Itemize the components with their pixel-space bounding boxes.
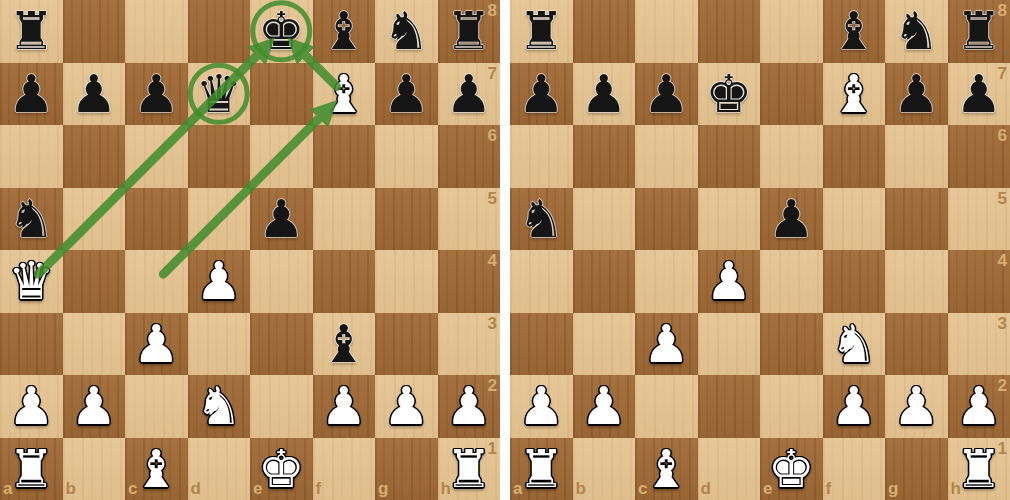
square-d6[interactable] [188,125,251,188]
square-b4[interactable] [573,250,636,313]
square-c1[interactable]: ♝c [125,438,188,500]
square-b1[interactable]: b [63,438,126,500]
rank-label-6: 6 [488,126,497,146]
square-c8[interactable] [635,0,698,63]
square-d3[interactable] [188,313,251,376]
square-e6[interactable] [250,125,313,188]
square-g1[interactable]: g [885,438,948,500]
piece-white-pawn[interactable]: ♟ [635,313,698,376]
square-e3[interactable] [760,313,823,376]
piece-black-pawn[interactable]: ♟ [760,188,823,251]
square-f3[interactable]: ♝ [313,313,376,376]
rank-label-2: 2 [488,376,497,396]
square-a6[interactable] [0,125,63,188]
square-d7[interactable]: ♛ [188,63,251,126]
square-d8[interactable] [188,0,251,63]
piece-white-pawn[interactable]: ♟ [0,375,63,438]
piece-black-knight[interactable]: ♞ [885,0,948,63]
square-e1[interactable]: ♚e [760,438,823,500]
square-h4[interactable]: 4 [948,250,1010,313]
square-h2[interactable]: ♟2 [438,375,501,438]
square-d3[interactable] [698,313,761,376]
piece-black-king[interactable]: ♚ [250,0,313,63]
rank-label-3: 3 [488,314,497,334]
piece-black-knight[interactable]: ♞ [510,188,573,251]
rank-label-1: 1 [488,439,497,459]
square-e2[interactable] [250,375,313,438]
file-label-b: b [66,479,76,499]
square-a5[interactable]: ♞ [0,188,63,251]
square-f6[interactable] [823,125,886,188]
square-b6[interactable] [573,125,636,188]
square-f2[interactable]: ♟ [313,375,376,438]
square-c6[interactable] [635,125,698,188]
piece-white-knight[interactable]: ♞ [823,313,886,376]
rank-label-6: 6 [998,126,1007,146]
piece-white-pawn[interactable]: ♟ [823,375,886,438]
square-b4[interactable] [63,250,126,313]
square-h1[interactable]: ♜h1 [438,438,501,500]
square-g2[interactable]: ♟ [375,375,438,438]
square-e2[interactable] [760,375,823,438]
piece-black-pawn[interactable]: ♟ [250,188,313,251]
file-label-h: h [441,479,451,499]
rank-label-1: 1 [998,439,1007,459]
square-e6[interactable] [760,125,823,188]
square-f5[interactable] [823,188,886,251]
square-a2[interactable]: ♟ [0,375,63,438]
chess-board-left[interactable]: ♜♚♝♞♜8♟♟♟♛♝♟♟76♞♟5♛♟4♟♝3♟♟♞♟♟♟2♜ab♝cd♚ef… [0,0,500,500]
square-f4[interactable] [313,250,376,313]
file-label-d: d [191,479,201,499]
piece-black-bishop[interactable]: ♝ [823,0,886,63]
piece-black-pawn[interactable]: ♟ [573,63,636,126]
square-b3[interactable] [573,313,636,376]
piece-black-knight[interactable]: ♞ [375,0,438,63]
square-f5[interactable] [313,188,376,251]
square-h6[interactable]: 6 [948,125,1010,188]
square-c4[interactable] [635,250,698,313]
file-label-e: e [763,479,772,499]
square-g5[interactable] [375,188,438,251]
square-c2[interactable] [125,375,188,438]
square-h8[interactable]: ♜8 [438,0,501,63]
file-label-a: a [513,479,522,499]
square-e4[interactable] [250,250,313,313]
piece-white-pawn[interactable]: ♟ [375,375,438,438]
square-g6[interactable] [375,125,438,188]
square-g6[interactable] [885,125,948,188]
square-e8[interactable] [760,0,823,63]
square-d5[interactable] [188,188,251,251]
square-b1[interactable]: b [573,438,636,500]
piece-black-bishop[interactable]: ♝ [313,0,376,63]
square-e8[interactable]: ♚ [250,0,313,63]
square-a4[interactable]: ♛ [0,250,63,313]
square-f1[interactable]: f [823,438,886,500]
square-e1[interactable]: ♚e [250,438,313,500]
square-c2[interactable] [635,375,698,438]
square-b3[interactable] [63,313,126,376]
square-b2[interactable]: ♟ [573,375,636,438]
square-e4[interactable] [760,250,823,313]
piece-white-pawn[interactable]: ♟ [573,375,636,438]
square-a6[interactable] [510,125,573,188]
piece-white-pawn[interactable]: ♟ [188,250,251,313]
square-b6[interactable] [63,125,126,188]
rank-label-2: 2 [998,376,1007,396]
square-g8[interactable]: ♞ [375,0,438,63]
rank-label-8: 8 [488,1,497,21]
file-label-d: d [701,479,711,499]
square-c8[interactable] [125,0,188,63]
piece-white-knight[interactable]: ♞ [188,375,251,438]
piece-white-bishop[interactable]: ♝ [823,63,886,126]
square-g2[interactable]: ♟ [885,375,948,438]
piece-black-bishop[interactable]: ♝ [313,313,376,376]
square-f7[interactable]: ♝ [823,63,886,126]
square-f3[interactable]: ♞ [823,313,886,376]
square-d4[interactable]: ♟ [188,250,251,313]
square-d1[interactable]: d [188,438,251,500]
square-g4[interactable] [375,250,438,313]
square-b5[interactable] [63,188,126,251]
square-d5[interactable] [698,188,761,251]
square-h4[interactable]: 4 [438,250,501,313]
rank-label-4: 4 [488,251,497,271]
square-a3[interactable] [510,313,573,376]
rank-label-5: 5 [998,189,1007,209]
square-g7[interactable]: ♟ [885,63,948,126]
square-d4[interactable]: ♟ [698,250,761,313]
square-b7[interactable]: ♟ [63,63,126,126]
square-h1[interactable]: ♜h1 [948,438,1010,500]
square-f8[interactable]: ♝ [823,0,886,63]
file-label-b: b [576,479,586,499]
square-g8[interactable]: ♞ [885,0,948,63]
square-e3[interactable] [250,313,313,376]
file-label-f: f [316,479,322,499]
rank-label-7: 7 [998,64,1007,84]
square-h2[interactable]: ♟2 [948,375,1010,438]
piece-black-pawn[interactable]: ♟ [125,63,188,126]
square-a7[interactable]: ♟ [510,63,573,126]
square-c4[interactable] [125,250,188,313]
piece-black-pawn[interactable]: ♟ [375,63,438,126]
square-d2[interactable] [698,375,761,438]
square-f4[interactable] [823,250,886,313]
square-h3[interactable]: 3 [438,313,501,376]
file-label-g: g [888,479,898,499]
square-g4[interactable] [885,250,948,313]
square-h8[interactable]: ♜8 [948,0,1010,63]
rank-label-5: 5 [488,189,497,209]
piece-white-pawn[interactable]: ♟ [125,313,188,376]
file-label-e: e [253,479,262,499]
square-f6[interactable] [313,125,376,188]
square-f2[interactable]: ♟ [823,375,886,438]
square-c5[interactable] [635,188,698,251]
piece-white-bishop[interactable]: ♝ [313,63,376,126]
square-f7[interactable]: ♝ [313,63,376,126]
square-a1[interactable]: ♜a [0,438,63,500]
piece-black-pawn[interactable]: ♟ [885,63,948,126]
square-c7[interactable]: ♟ [635,63,698,126]
file-label-g: g [378,479,388,499]
file-label-a: a [3,479,12,499]
piece-black-pawn[interactable]: ♟ [510,63,573,126]
piece-white-pawn[interactable]: ♟ [885,375,948,438]
piece-black-rook[interactable]: ♜ [510,0,573,63]
square-h5[interactable]: 5 [438,188,501,251]
square-g1[interactable]: g [375,438,438,500]
square-b5[interactable] [573,188,636,251]
square-h5[interactable]: 5 [948,188,1010,251]
piece-white-pawn[interactable]: ♟ [313,375,376,438]
square-h7[interactable]: ♟7 [438,63,501,126]
square-g7[interactable]: ♟ [375,63,438,126]
square-c3[interactable]: ♟ [635,313,698,376]
file-label-c: c [128,479,137,499]
square-d8[interactable] [698,0,761,63]
square-e5[interactable]: ♟ [250,188,313,251]
square-e7[interactable] [760,63,823,126]
square-c5[interactable] [125,188,188,251]
square-a4[interactable] [510,250,573,313]
square-b8[interactable] [63,0,126,63]
piece-black-pawn[interactable]: ♟ [635,63,698,126]
square-e5[interactable]: ♟ [760,188,823,251]
rank-label-8: 8 [998,1,1007,21]
square-c6[interactable] [125,125,188,188]
square-h6[interactable]: 6 [438,125,501,188]
square-d7[interactable]: ♚ [698,63,761,126]
rank-label-7: 7 [488,64,497,84]
rank-label-3: 3 [998,314,1007,334]
square-d1[interactable]: d [698,438,761,500]
piece-black-rook[interactable]: ♜ [0,0,63,63]
piece-black-pawn[interactable]: ♟ [0,63,63,126]
square-g5[interactable] [885,188,948,251]
square-a1[interactable]: ♜a [510,438,573,500]
square-h7[interactable]: ♟7 [948,63,1010,126]
piece-black-king[interactable]: ♚ [698,63,761,126]
square-a2[interactable]: ♟ [510,375,573,438]
square-a8[interactable]: ♜ [510,0,573,63]
square-c1[interactable]: ♝c [635,438,698,500]
square-c7[interactable]: ♟ [125,63,188,126]
square-b2[interactable]: ♟ [63,375,126,438]
square-b8[interactable] [573,0,636,63]
square-e7[interactable] [250,63,313,126]
square-a5[interactable]: ♞ [510,188,573,251]
square-f8[interactable]: ♝ [313,0,376,63]
piece-white-queen[interactable]: ♛ [0,250,63,313]
square-d6[interactable] [698,125,761,188]
piece-white-pawn[interactable]: ♟ [510,375,573,438]
piece-black-queen[interactable]: ♛ [188,63,251,126]
square-b7[interactable]: ♟ [573,63,636,126]
square-c3[interactable]: ♟ [125,313,188,376]
square-f1[interactable]: f [313,438,376,500]
chess-board-right[interactable]: ♜♝♞♜8♟♟♟♚♝♟♟76♞♟5♟4♟♞3♟♟♟♟♟2♜ab♝cd♚efg♜h… [510,0,1010,500]
square-h3[interactable]: 3 [948,313,1010,376]
piece-white-pawn[interactable]: ♟ [63,375,126,438]
file-label-h: h [951,479,961,499]
piece-white-pawn[interactable]: ♟ [698,250,761,313]
square-a8[interactable]: ♜ [0,0,63,63]
square-a3[interactable] [0,313,63,376]
file-label-f: f [826,479,832,499]
rank-label-4: 4 [998,251,1007,271]
piece-black-pawn[interactable]: ♟ [63,63,126,126]
square-d2[interactable]: ♞ [188,375,251,438]
square-g3[interactable] [375,313,438,376]
piece-black-knight[interactable]: ♞ [0,188,63,251]
square-a7[interactable]: ♟ [0,63,63,126]
file-label-c: c [638,479,647,499]
square-g3[interactable] [885,313,948,376]
